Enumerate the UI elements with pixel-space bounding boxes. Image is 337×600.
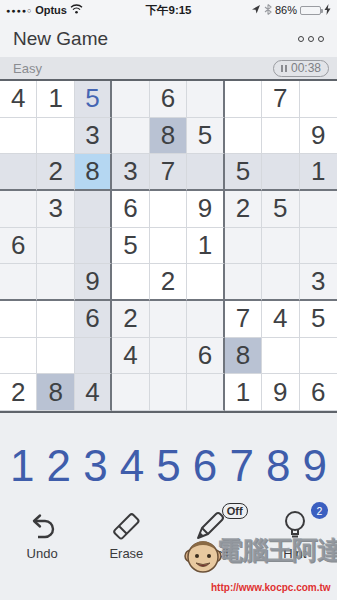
- cell-r5c2[interactable]: [37, 228, 74, 265]
- watermark-url: http://www.kocpc.com.tw: [211, 582, 337, 593]
- cell-r8c4[interactable]: 4: [112, 338, 149, 375]
- page-title[interactable]: New Game: [13, 28, 108, 50]
- erase-button[interactable]: Erase: [91, 511, 161, 561]
- cell-r8c1[interactable]: [0, 338, 37, 375]
- menu-dots-icon[interactable]: [298, 36, 324, 42]
- undo-icon: [26, 513, 58, 541]
- cell-r3c8[interactable]: [262, 154, 299, 191]
- cell-r4c9[interactable]: [300, 191, 337, 228]
- cell-r4c2[interactable]: 3: [37, 191, 74, 228]
- pause-timer-button[interactable]: 00:38: [273, 60, 329, 77]
- cell-r9c3[interactable]: 4: [75, 374, 112, 411]
- battery-icon: [300, 6, 321, 15]
- numpad-4[interactable]: 4: [120, 444, 144, 488]
- numpad-6[interactable]: 6: [193, 444, 217, 488]
- cell-r7c9[interactable]: 5: [300, 301, 337, 338]
- cell-r6c6[interactable]: [187, 264, 224, 301]
- cell-r2c6[interactable]: 5: [187, 118, 224, 155]
- cell-r5c7[interactable]: [225, 228, 262, 265]
- cell-r1c8[interactable]: 7: [262, 81, 299, 118]
- cell-r3c6[interactable]: [187, 154, 224, 191]
- cell-r6c5[interactable]: 2: [150, 264, 187, 301]
- cell-r1c4[interactable]: [112, 81, 149, 118]
- cell-r1c2[interactable]: 1: [37, 81, 74, 118]
- cell-r5c1[interactable]: 6: [0, 228, 37, 265]
- app-header: New Game: [0, 20, 337, 57]
- erase-label: Erase: [109, 546, 143, 561]
- cell-r7c5[interactable]: [150, 301, 187, 338]
- eraser-icon: [110, 511, 142, 541]
- difficulty-label: Easy: [13, 61, 42, 76]
- game-bar: Easy 00:38: [0, 57, 337, 79]
- cell-r9c2[interactable]: 8: [37, 374, 74, 411]
- cell-r6c9[interactable]: 3: [300, 264, 337, 301]
- cell-r6c1[interactable]: [0, 264, 37, 301]
- cell-r9c8[interactable]: 9: [262, 374, 299, 411]
- cell-r5c3[interactable]: [75, 228, 112, 265]
- cell-r8c5[interactable]: [150, 338, 187, 375]
- cell-r2c5[interactable]: 8: [150, 118, 187, 155]
- numpad-3[interactable]: 3: [83, 444, 107, 488]
- cell-r9c9[interactable]: 6: [300, 374, 337, 411]
- cell-r5c5[interactable]: [150, 228, 187, 265]
- cell-r3c3[interactable]: 8: [75, 154, 112, 191]
- cell-r2c9[interactable]: 9: [300, 118, 337, 155]
- cell-r9c7[interactable]: 1: [225, 374, 262, 411]
- pause-icon: [281, 65, 287, 72]
- cell-r9c6[interactable]: [187, 374, 224, 411]
- cell-r9c5[interactable]: [150, 374, 187, 411]
- numpad-5[interactable]: 5: [156, 444, 180, 488]
- cell-r8c6[interactable]: 6: [187, 338, 224, 375]
- hint-label: Hint: [283, 546, 306, 561]
- cell-r1c1[interactable]: 4: [0, 81, 37, 118]
- cell-r6c3[interactable]: 9: [75, 264, 112, 301]
- cell-r4c3[interactable]: [75, 191, 112, 228]
- cell-r1c6[interactable]: [187, 81, 224, 118]
- cell-r7c7[interactable]: 7: [225, 301, 262, 338]
- cell-r5c8[interactable]: [262, 228, 299, 265]
- cell-r3c4[interactable]: 3: [112, 154, 149, 191]
- cell-r6c8[interactable]: [262, 264, 299, 301]
- hint-button[interactable]: 2 Hint: [260, 510, 330, 561]
- cell-r4c8[interactable]: 5: [262, 191, 299, 228]
- bluetooth-icon: [264, 4, 272, 17]
- cell-r4c1[interactable]: [0, 191, 37, 228]
- undo-label: Undo: [27, 546, 58, 561]
- cell-r7c8[interactable]: 4: [262, 301, 299, 338]
- cell-r3c9[interactable]: 1: [300, 154, 337, 191]
- cell-r7c4[interactable]: 2: [112, 301, 149, 338]
- cell-r8c9[interactable]: [300, 338, 337, 375]
- cell-r8c7[interactable]: 8: [225, 338, 262, 375]
- cell-r3c5[interactable]: 7: [150, 154, 187, 191]
- cell-r2c8[interactable]: [262, 118, 299, 155]
- lightbulb-icon: [281, 510, 309, 541]
- cell-r2c7[interactable]: [225, 118, 262, 155]
- cell-r9c1[interactable]: 2: [0, 374, 37, 411]
- cell-r1c7[interactable]: [225, 81, 262, 118]
- cell-r4c7[interactable]: 2: [225, 191, 262, 228]
- charging-bolt-icon: [324, 4, 331, 17]
- location-arrow-icon: [251, 4, 261, 16]
- cell-r1c3[interactable]: 5: [75, 81, 112, 118]
- cell-r7c2[interactable]: [37, 301, 74, 338]
- numpad-9[interactable]: 9: [303, 444, 327, 488]
- cell-r4c5[interactable]: [150, 191, 187, 228]
- pencil-label: Pencil: [193, 546, 228, 561]
- numpad-2[interactable]: 2: [47, 444, 71, 488]
- cell-r6c4[interactable]: [112, 264, 149, 301]
- cell-r4c4[interactable]: 6: [112, 191, 149, 228]
- numpad-1[interactable]: 1: [10, 444, 34, 488]
- cell-r8c2[interactable]: [37, 338, 74, 375]
- cell-r2c3[interactable]: 3: [75, 118, 112, 155]
- cell-r9c4[interactable]: [112, 374, 149, 411]
- battery-percent-label: 86%: [275, 4, 297, 16]
- cell-r6c7[interactable]: [225, 264, 262, 301]
- pencil-off-badge: Off: [222, 503, 248, 519]
- cell-r5c4[interactable]: 5: [112, 228, 149, 265]
- cell-r3c2[interactable]: 2: [37, 154, 74, 191]
- cell-r7c1[interactable]: [0, 301, 37, 338]
- cell-r3c1[interactable]: [0, 154, 37, 191]
- cell-r5c6[interactable]: 1: [187, 228, 224, 265]
- status-bar: ●●●●○ Optus 下午9:15 86%: [0, 0, 337, 20]
- undo-button[interactable]: Undo: [7, 513, 77, 561]
- cell-r8c3[interactable]: [75, 338, 112, 375]
- cell-r2c2[interactable]: [37, 118, 74, 155]
- cell-r4c6[interactable]: 9: [187, 191, 224, 228]
- cell-r1c9[interactable]: [300, 81, 337, 118]
- cell-r3c7[interactable]: 5: [225, 154, 262, 191]
- numpad-8[interactable]: 8: [266, 444, 290, 488]
- cell-r2c4[interactable]: [112, 118, 149, 155]
- cell-r7c6[interactable]: [187, 301, 224, 338]
- cell-r6c2[interactable]: [37, 264, 74, 301]
- cell-r5c9[interactable]: [300, 228, 337, 265]
- hint-count-badge: 2: [311, 502, 328, 519]
- pencil-button[interactable]: Off Pencil: [176, 509, 246, 561]
- toolbar: Undo Erase Off Pencil 2: [0, 509, 337, 561]
- cell-r8c8[interactable]: [262, 338, 299, 375]
- sudoku-board: 4156738592837513692565192362745468284196: [0, 79, 337, 413]
- cell-r2c1[interactable]: [0, 118, 37, 155]
- numpad-7[interactable]: 7: [229, 444, 253, 488]
- cell-r1c5[interactable]: 6: [150, 81, 187, 118]
- timer-label: 00:38: [291, 61, 321, 75]
- cell-r7c3[interactable]: 6: [75, 301, 112, 338]
- number-pad: 123456789: [0, 413, 337, 495]
